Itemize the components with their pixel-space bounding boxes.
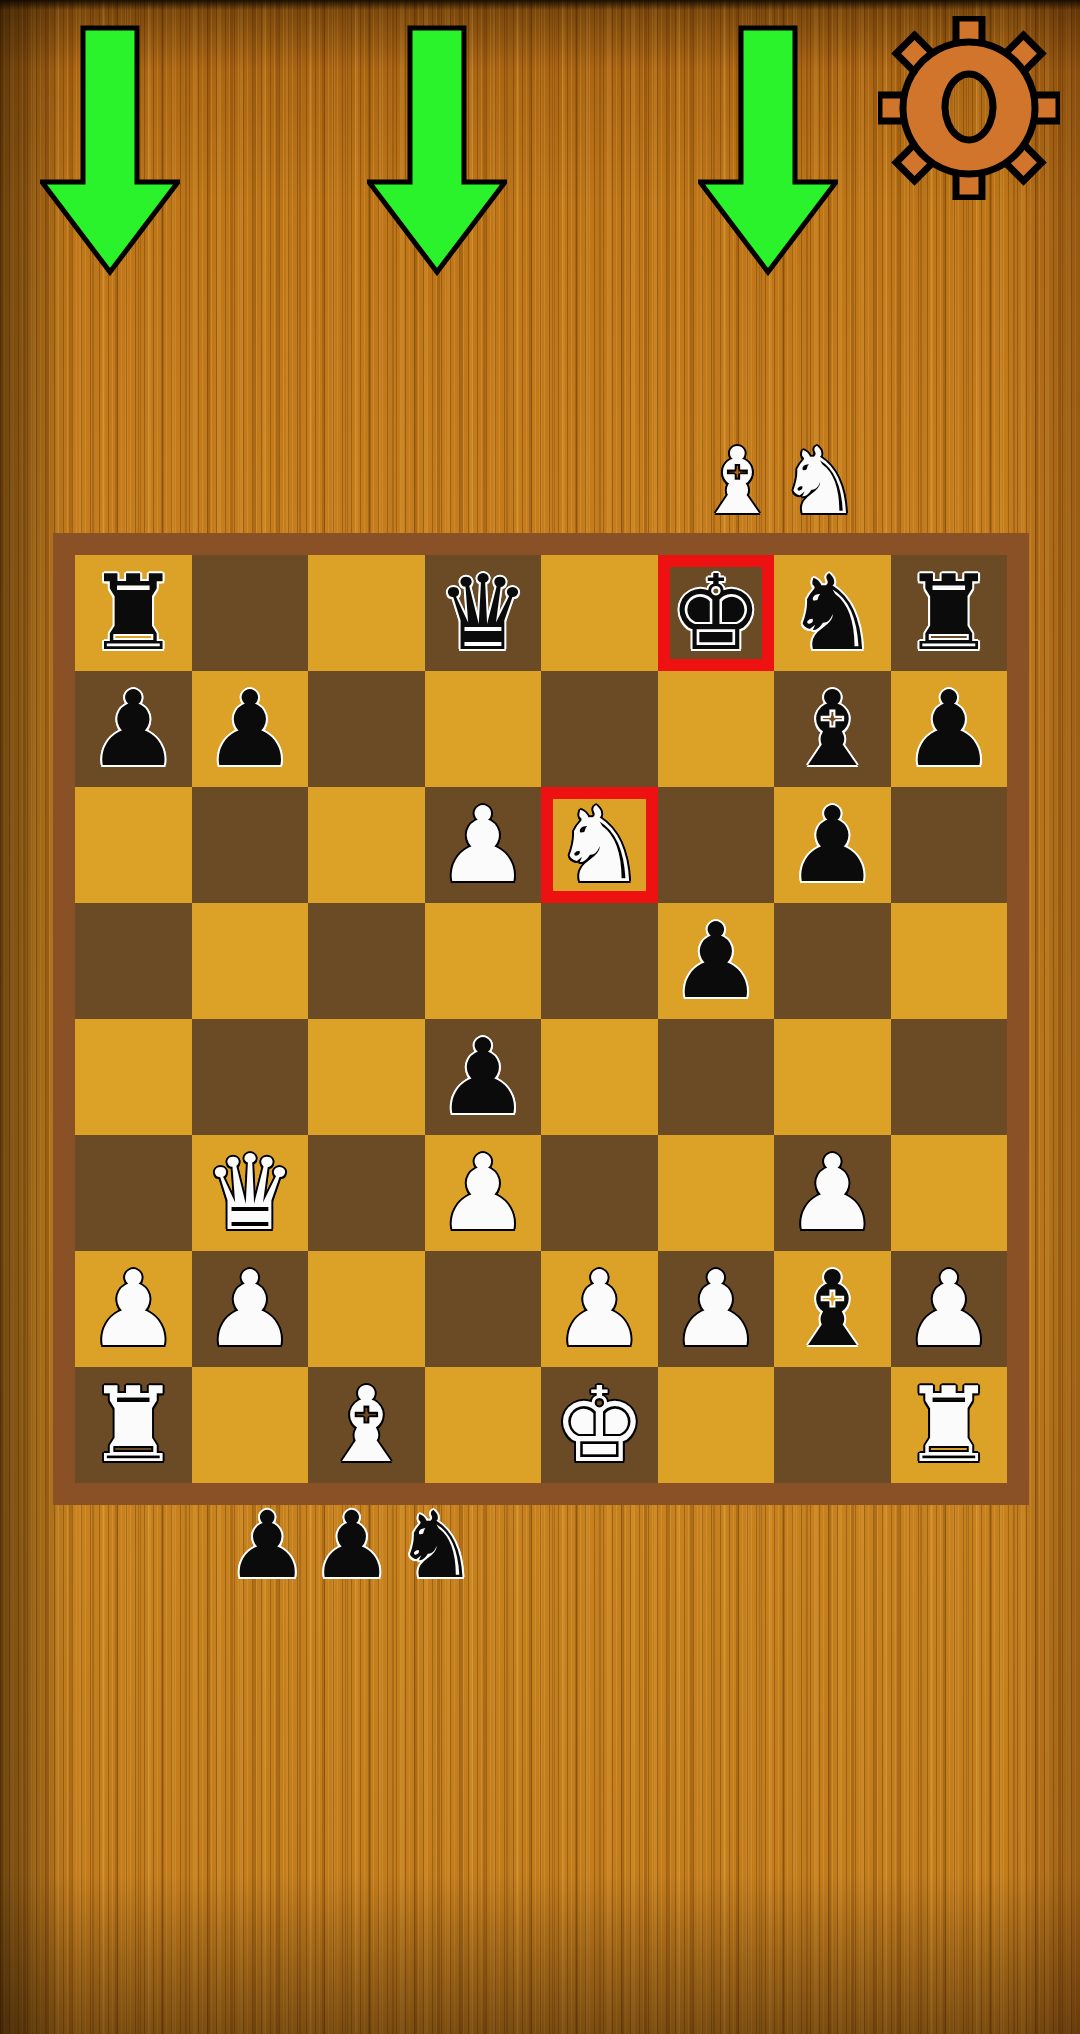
piece-white-pawn: ♟ <box>436 793 529 897</box>
square-d8[interactable]: ♛ <box>425 555 542 671</box>
square-e1[interactable]: ♚ <box>541 1367 658 1483</box>
piece-black-bishop: ♝ <box>786 677 879 781</box>
square-a7[interactable]: ♟ <box>75 671 192 787</box>
piece-black-pawn: ♟ <box>87 677 180 781</box>
square-b8[interactable] <box>192 555 309 671</box>
square-b2[interactable]: ♟ <box>192 1251 309 1367</box>
piece-black-rook: ♜ <box>902 561 995 665</box>
piece-black-bishop: ♝ <box>786 1257 879 1361</box>
square-e4[interactable] <box>541 1019 658 1135</box>
square-g5[interactable] <box>774 903 891 1019</box>
piece-white-pawn: ♟ <box>786 1141 879 1245</box>
piece-black-pawn: ♟ <box>786 793 879 897</box>
square-d6[interactable]: ♟ <box>425 787 542 903</box>
down-arrow-icon[interactable] <box>40 24 180 276</box>
square-d7[interactable] <box>425 671 542 787</box>
piece-black-pawn: ♟ <box>669 909 762 1013</box>
piece-white-bishop: ♝ <box>320 1373 413 1477</box>
square-d1[interactable] <box>425 1367 542 1483</box>
piece-white-king: ♚ <box>553 1373 646 1477</box>
square-b5[interactable] <box>192 903 309 1019</box>
square-g7[interactable]: ♝ <box>774 671 891 787</box>
square-b1[interactable] <box>192 1367 309 1483</box>
piece-white-rook: ♜ <box>902 1373 995 1477</box>
board: ♜♛♚♞♜♟♟♝♟♟♞♟♟♟♛♟♟♟♟♟♟♝♟♜♝♚♜ <box>75 555 1007 1483</box>
square-h8[interactable]: ♜ <box>891 555 1008 671</box>
square-h1[interactable]: ♜ <box>891 1367 1008 1483</box>
app-background: { "game": "chess", "position": { "fen": … <box>0 0 1080 2034</box>
square-c7[interactable] <box>308 671 425 787</box>
square-c1[interactable]: ♝ <box>308 1367 425 1483</box>
board-frame: ♜♛♚♞♜♟♟♝♟♟♞♟♟♟♛♟♟♟♟♟♟♝♟♜♝♚♜ <box>53 533 1029 1505</box>
square-d4[interactable]: ♟ <box>425 1019 542 1135</box>
square-b6[interactable] <box>192 787 309 903</box>
captured-black-knight: ♞ <box>395 1500 477 1592</box>
captured-tray-top: ♝♞ <box>696 432 871 528</box>
down-arrow-icon[interactable] <box>698 24 838 276</box>
square-g1[interactable] <box>774 1367 891 1483</box>
square-g4[interactable] <box>774 1019 891 1135</box>
square-f6[interactable] <box>658 787 775 903</box>
square-a8[interactable]: ♜ <box>75 555 192 671</box>
square-h2[interactable]: ♟ <box>891 1251 1008 1367</box>
square-c6[interactable] <box>308 787 425 903</box>
captured-black-pawn: ♟ <box>226 1500 308 1592</box>
square-a6[interactable] <box>75 787 192 903</box>
square-f4[interactable] <box>658 1019 775 1135</box>
piece-black-pawn: ♟ <box>902 677 995 781</box>
piece-white-rook: ♜ <box>87 1373 180 1477</box>
piece-white-pawn: ♟ <box>553 1257 646 1361</box>
captured-white-bishop: ♝ <box>696 436 778 528</box>
square-c5[interactable] <box>308 903 425 1019</box>
square-f2[interactable]: ♟ <box>658 1251 775 1367</box>
square-g2[interactable]: ♝ <box>774 1251 891 1367</box>
square-b4[interactable] <box>192 1019 309 1135</box>
piece-black-rook: ♜ <box>87 561 180 665</box>
square-e3[interactable] <box>541 1135 658 1251</box>
square-b3[interactable]: ♛ <box>192 1135 309 1251</box>
piece-black-knight: ♞ <box>786 561 879 665</box>
square-g6[interactable]: ♟ <box>774 787 891 903</box>
square-e2[interactable]: ♟ <box>541 1251 658 1367</box>
captured-black-pawn: ♟ <box>310 1500 392 1592</box>
square-c3[interactable] <box>308 1135 425 1251</box>
piece-white-queen: ♛ <box>203 1141 296 1245</box>
square-c2[interactable] <box>308 1251 425 1367</box>
captured-tray-bottom: ♟♟♞ <box>226 1500 471 1592</box>
piece-white-knight: ♞ <box>553 793 646 897</box>
square-e7[interactable] <box>541 671 658 787</box>
square-e6[interactable]: ♞ <box>541 787 658 903</box>
square-f1[interactable] <box>658 1367 775 1483</box>
square-f5[interactable]: ♟ <box>658 903 775 1019</box>
square-h4[interactable] <box>891 1019 1008 1135</box>
square-h5[interactable] <box>891 903 1008 1019</box>
square-h7[interactable]: ♟ <box>891 671 1008 787</box>
captured-white-knight: ♞ <box>778 436 860 528</box>
square-e5[interactable] <box>541 903 658 1019</box>
square-h3[interactable] <box>891 1135 1008 1251</box>
square-g8[interactable]: ♞ <box>774 555 891 671</box>
piece-white-pawn: ♟ <box>436 1141 529 1245</box>
square-a2[interactable]: ♟ <box>75 1251 192 1367</box>
piece-black-pawn: ♟ <box>436 1025 529 1129</box>
down-arrow-icon[interactable] <box>367 24 507 276</box>
piece-white-pawn: ♟ <box>87 1257 180 1361</box>
square-e8[interactable] <box>541 555 658 671</box>
piece-white-pawn: ♟ <box>669 1257 762 1361</box>
square-f8[interactable]: ♚ <box>658 555 775 671</box>
square-d3[interactable]: ♟ <box>425 1135 542 1251</box>
square-d5[interactable] <box>425 903 542 1019</box>
square-a1[interactable]: ♜ <box>75 1367 192 1483</box>
square-h6[interactable] <box>891 787 1008 903</box>
piece-white-pawn: ♟ <box>902 1257 995 1361</box>
square-a4[interactable] <box>75 1019 192 1135</box>
piece-black-queen: ♛ <box>436 561 529 665</box>
square-b7[interactable]: ♟ <box>192 671 309 787</box>
piece-black-pawn: ♟ <box>203 677 296 781</box>
square-f3[interactable] <box>658 1135 775 1251</box>
square-c4[interactable] <box>308 1019 425 1135</box>
square-d2[interactable] <box>425 1251 542 1367</box>
square-c8[interactable] <box>308 555 425 671</box>
square-f7[interactable] <box>658 671 775 787</box>
square-a3[interactable] <box>75 1135 192 1251</box>
piece-white-pawn: ♟ <box>203 1257 296 1361</box>
square-a5[interactable] <box>75 903 192 1019</box>
piece-black-king: ♚ <box>669 561 762 665</box>
gear-icon[interactable] <box>878 16 1060 200</box>
square-g3[interactable]: ♟ <box>774 1135 891 1251</box>
